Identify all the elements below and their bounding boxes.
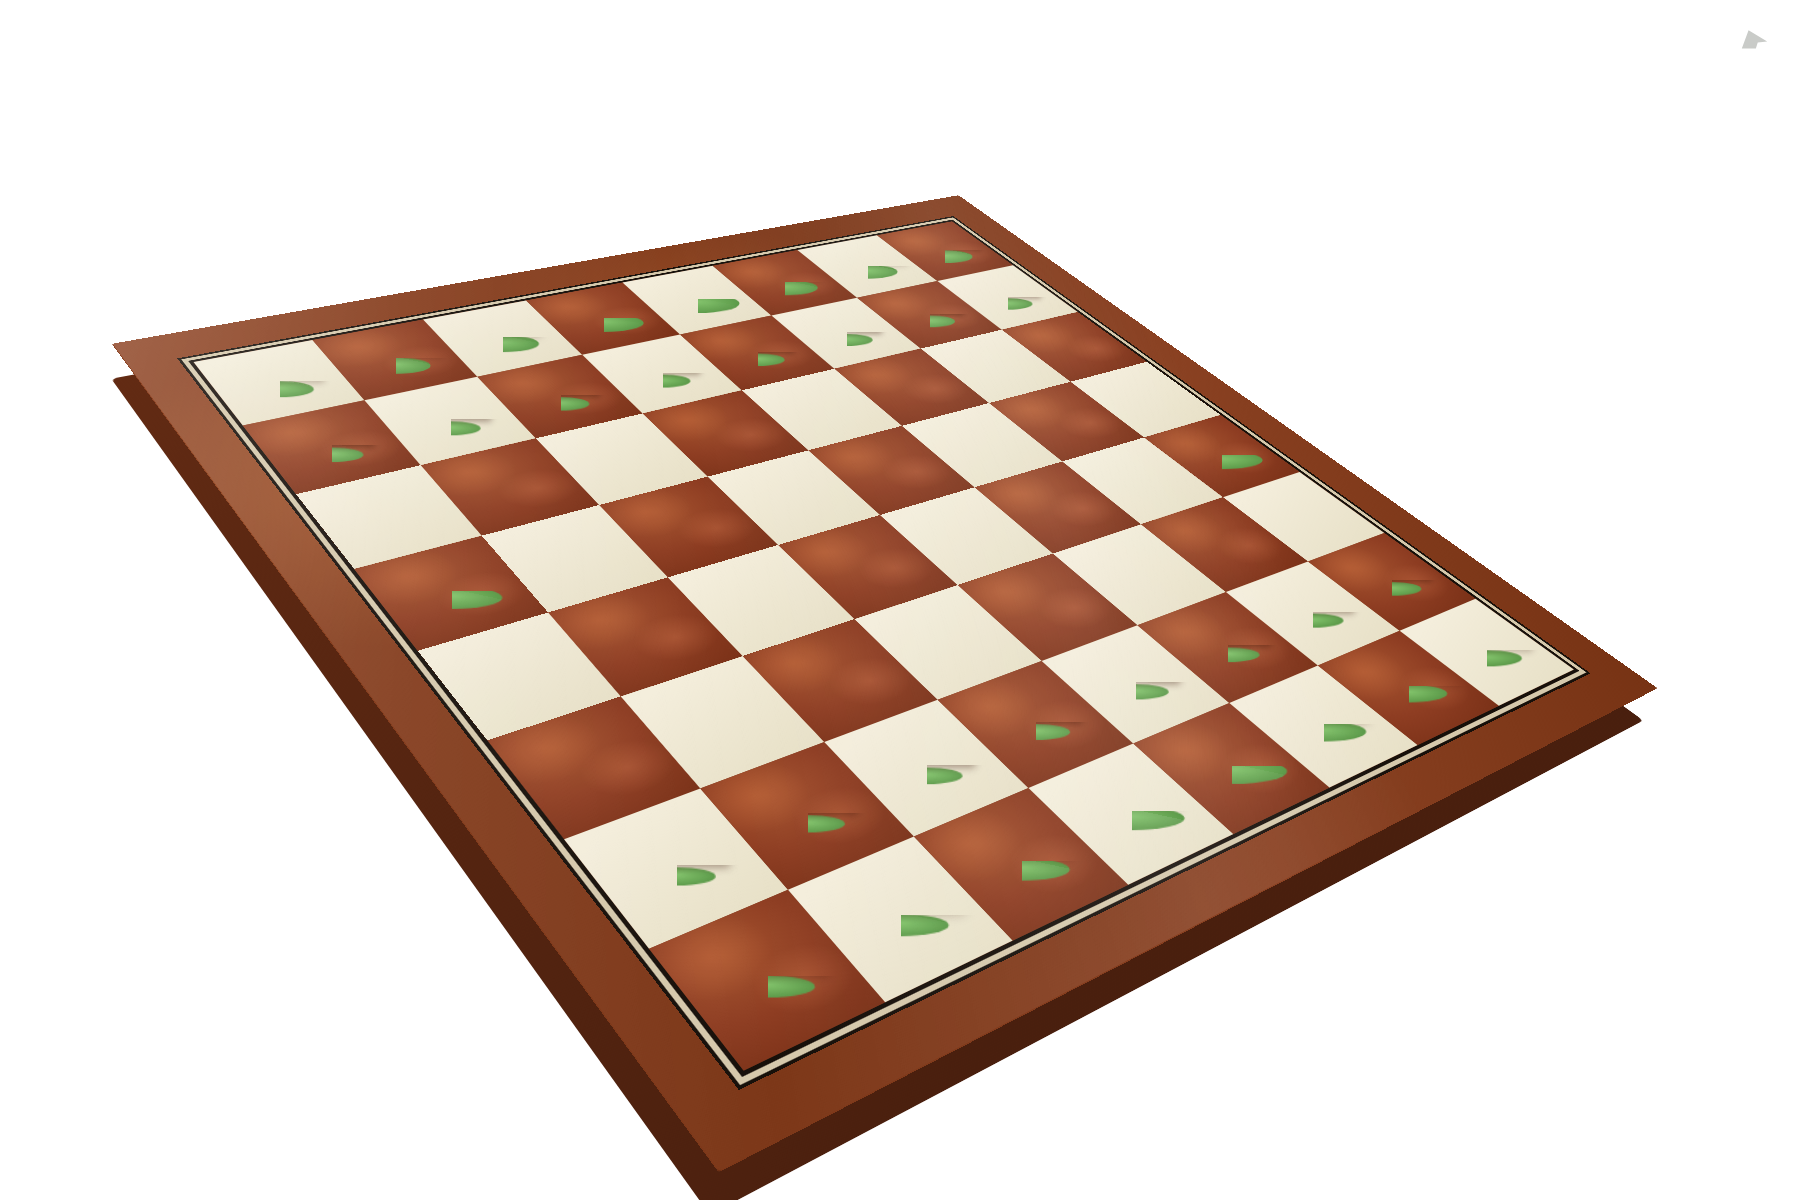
piece-red-pawn-e7: ♟ (705, 250, 809, 366)
chess-board: ♜♞♝♛♚♝♞♜♟♟♟♟♟♟♟♟♛♛♟♟♟♟♟♟♟♟♜♞♝♛♚♝♞♜ (112, 195, 1658, 1172)
piece-red-queen-h4: ♛ (1143, 294, 1300, 469)
product-photo-scene: ♜♞♝♛♚♝♞♜♟♟♟♟♟♟♟♟♛♛♟♟♟♟♟♟♟♟♜♞♝♛♚♝♞♜ (0, 0, 1800, 1200)
piece-white-queen-a5: ♛ (353, 389, 550, 609)
piece-red-pawn-d7: ♟ (608, 267, 716, 387)
board-field: ♜♞♝♛♚♝♞♜♟♟♟♟♟♟♟♟♛♛♟♟♟♟♟♟♟♟♜♞♝♛♚♝♞♜ (194, 221, 1574, 1070)
square-a1: ♜ (649, 890, 885, 1071)
corner-arrow-icon (1741, 29, 1768, 50)
piece-white-rook-a1: ♜ (675, 792, 859, 997)
piece-red-pawn-f7: ♟ (796, 233, 897, 346)
